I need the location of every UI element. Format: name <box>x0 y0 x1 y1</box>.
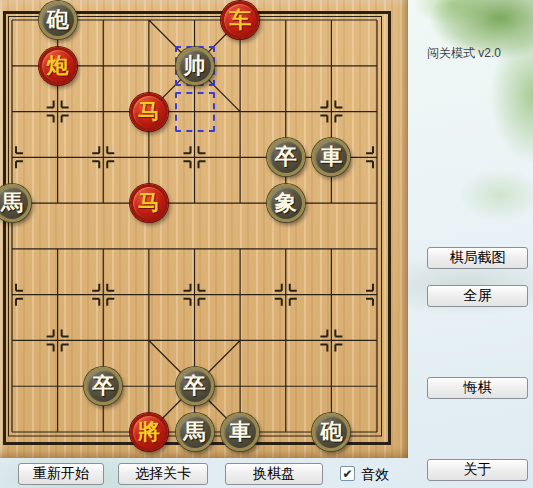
undo-move-button-label: 悔棋 <box>464 379 492 397</box>
sound-checkbox[interactable]: ✔ <box>340 466 355 481</box>
change-board-button-label: 换棋盘 <box>253 465 295 483</box>
check-icon: ✔ <box>342 467 352 481</box>
undo-move-button[interactable]: 悔棋 <box>427 377 528 399</box>
piece-black-elephant[interactable]: 象 <box>267 184 305 222</box>
fullscreen-button-label: 全屏 <box>464 287 492 305</box>
piece-black-horse[interactable]: 馬 <box>176 413 214 451</box>
piece-red-cannon[interactable]: 炮 <box>39 47 77 85</box>
restart-button-label: 重新开始 <box>33 465 89 483</box>
restart-button[interactable]: 重新开始 <box>18 463 104 485</box>
about-button-label: 关于 <box>464 461 492 479</box>
select-level-button-label: 选择关卡 <box>135 465 191 483</box>
piece-black-cannon[interactable]: 砲 <box>39 1 77 39</box>
piece-red-horse[interactable]: 马 <box>130 184 168 222</box>
mode-version-label: 闯关模式 v2.0 <box>427 45 501 62</box>
piece-red-general[interactable]: 將 <box>130 413 168 451</box>
piece-black-general[interactable]: 帅 <box>176 47 214 85</box>
select-level-button[interactable]: 选择关卡 <box>118 463 208 485</box>
piece-red-chariot[interactable]: 车 <box>221 1 259 39</box>
sound-checkbox-label: 音效 <box>361 466 389 484</box>
screenshot-button-label: 棋局截图 <box>450 249 506 267</box>
xiangqi-board[interactable]: 砲车炮帅马卒車馬马象卒卒將馬車砲 <box>0 0 408 458</box>
change-board-button[interactable]: 换棋盘 <box>225 463 323 485</box>
piece-black-chariot[interactable]: 車 <box>221 413 259 451</box>
xiangqi-game-window: 砲车炮帅马卒車馬马象卒卒將馬車砲 闯关模式 v2.0 棋局截图 全屏 悔棋 关于… <box>0 0 533 488</box>
fullscreen-button[interactable]: 全屏 <box>427 285 528 307</box>
about-button[interactable]: 关于 <box>427 459 528 481</box>
screenshot-button[interactable]: 棋局截图 <box>427 247 528 269</box>
piece-red-horse[interactable]: 马 <box>130 93 168 131</box>
piece-black-soldier[interactable]: 卒 <box>176 367 214 405</box>
last-move-marker <box>175 92 215 132</box>
piece-black-soldier[interactable]: 卒 <box>267 138 305 176</box>
